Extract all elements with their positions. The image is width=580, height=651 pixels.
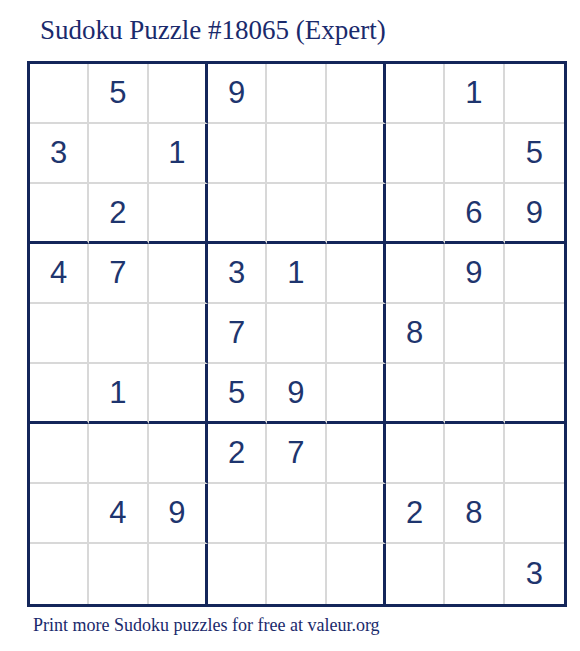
sudoku-cell-r2c5 <box>267 124 326 184</box>
sudoku-cell-r2c6 <box>327 124 386 184</box>
sudoku-cell-r2c4 <box>208 124 267 184</box>
sudoku-cell-r2c7 <box>386 124 445 184</box>
sudoku-grid: 59131526947319781592749283 <box>27 61 567 607</box>
sudoku-cell-r5c1 <box>30 304 89 364</box>
sudoku-cell-r8c5 <box>267 484 326 544</box>
footer-text: Print more Sudoku puzzles for free at va… <box>33 615 380 636</box>
sudoku-cell-r5c7: 8 <box>386 304 445 364</box>
sudoku-cell-r1c2: 5 <box>89 64 148 124</box>
sudoku-cell-r1c7 <box>386 64 445 124</box>
sudoku-cell-r2c8 <box>445 124 504 184</box>
sudoku-cell-r1c4: 9 <box>208 64 267 124</box>
sudoku-cell-r1c1 <box>30 64 89 124</box>
sudoku-cell-r3c8: 6 <box>445 184 504 244</box>
sudoku-page: Sudoku Puzzle #18065 (Expert) 5913152694… <box>0 0 580 651</box>
sudoku-cell-r3c2: 2 <box>89 184 148 244</box>
sudoku-cell-r9c9: 3 <box>505 544 564 604</box>
sudoku-cell-r2c1: 3 <box>30 124 89 184</box>
page-title: Sudoku Puzzle #18065 (Expert) <box>40 14 386 46</box>
sudoku-cell-r6c2: 1 <box>89 364 148 424</box>
sudoku-cell-r7c9 <box>505 424 564 484</box>
sudoku-cell-r5c8 <box>445 304 504 364</box>
sudoku-cell-r5c6 <box>327 304 386 364</box>
sudoku-cell-r6c7 <box>386 364 445 424</box>
sudoku-cell-r4c8: 9 <box>445 244 504 304</box>
sudoku-cell-r1c3 <box>149 64 208 124</box>
sudoku-cell-r8c4 <box>208 484 267 544</box>
sudoku-cell-r4c2: 7 <box>89 244 148 304</box>
sudoku-cell-r3c6 <box>327 184 386 244</box>
sudoku-cell-r6c6 <box>327 364 386 424</box>
sudoku-cell-r9c7 <box>386 544 445 604</box>
sudoku-cell-r9c6 <box>327 544 386 604</box>
sudoku-cell-r7c2 <box>89 424 148 484</box>
sudoku-cell-r3c3 <box>149 184 208 244</box>
sudoku-cell-r8c7: 2 <box>386 484 445 544</box>
sudoku-cell-r8c3: 9 <box>149 484 208 544</box>
sudoku-cell-r3c9: 9 <box>505 184 564 244</box>
sudoku-cell-r4c7 <box>386 244 445 304</box>
sudoku-cell-r7c5: 7 <box>267 424 326 484</box>
sudoku-cell-r9c2 <box>89 544 148 604</box>
sudoku-cell-r8c9 <box>505 484 564 544</box>
sudoku-cell-r6c3 <box>149 364 208 424</box>
sudoku-cell-r1c9 <box>505 64 564 124</box>
sudoku-cell-r3c7 <box>386 184 445 244</box>
sudoku-cell-r7c7 <box>386 424 445 484</box>
sudoku-cell-r6c4: 5 <box>208 364 267 424</box>
sudoku-cell-r2c3: 1 <box>149 124 208 184</box>
sudoku-cell-r4c9 <box>505 244 564 304</box>
sudoku-cell-r4c5: 1 <box>267 244 326 304</box>
sudoku-cell-r9c4 <box>208 544 267 604</box>
sudoku-cell-r9c8 <box>445 544 504 604</box>
sudoku-cell-r6c9 <box>505 364 564 424</box>
sudoku-cell-r6c8 <box>445 364 504 424</box>
sudoku-cell-r3c5 <box>267 184 326 244</box>
sudoku-cell-r3c1 <box>30 184 89 244</box>
sudoku-cell-r4c4: 3 <box>208 244 267 304</box>
sudoku-cell-r3c4 <box>208 184 267 244</box>
sudoku-cell-r7c1 <box>30 424 89 484</box>
sudoku-cell-r5c9 <box>505 304 564 364</box>
sudoku-cell-r5c4: 7 <box>208 304 267 364</box>
sudoku-cell-r5c5 <box>267 304 326 364</box>
sudoku-cell-r9c5 <box>267 544 326 604</box>
sudoku-cell-r8c8: 8 <box>445 484 504 544</box>
sudoku-cell-r6c5: 9 <box>267 364 326 424</box>
sudoku-cell-r7c4: 2 <box>208 424 267 484</box>
sudoku-cell-r1c5 <box>267 64 326 124</box>
sudoku-cell-r5c2 <box>89 304 148 364</box>
sudoku-cell-r5c3 <box>149 304 208 364</box>
sudoku-cell-r4c1: 4 <box>30 244 89 304</box>
sudoku-cell-r6c1 <box>30 364 89 424</box>
sudoku-cell-r9c3 <box>149 544 208 604</box>
sudoku-cell-r7c6 <box>327 424 386 484</box>
sudoku-cell-r9c1 <box>30 544 89 604</box>
sudoku-cell-r7c3 <box>149 424 208 484</box>
sudoku-cell-r7c8 <box>445 424 504 484</box>
sudoku-cell-r4c3 <box>149 244 208 304</box>
sudoku-cell-r2c2 <box>89 124 148 184</box>
sudoku-cell-r4c6 <box>327 244 386 304</box>
sudoku-cell-r2c9: 5 <box>505 124 564 184</box>
sudoku-cell-r8c1 <box>30 484 89 544</box>
sudoku-cell-r1c6 <box>327 64 386 124</box>
sudoku-cell-r8c6 <box>327 484 386 544</box>
sudoku-cell-r1c8: 1 <box>445 64 504 124</box>
sudoku-cell-r8c2: 4 <box>89 484 148 544</box>
